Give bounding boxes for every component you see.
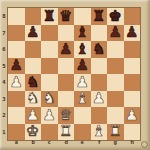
square-g6[interactable]: [107, 41, 124, 58]
white-pawn-a4[interactable]: ♟: [10, 74, 23, 89]
square-g3[interactable]: [107, 91, 124, 108]
white-bishop-f1[interactable]: ♝: [92, 124, 105, 139]
rank-labels: 87654321: [0, 8, 8, 140]
rank-label-1: 1: [2, 127, 7, 137]
square-d6[interactable]: ♟: [58, 41, 75, 58]
black-pawn-a5[interactable]: ♟: [10, 58, 23, 73]
square-f6[interactable]: ♞: [91, 41, 108, 58]
square-c2[interactable]: ♟: [41, 107, 58, 124]
square-d8[interactable]: ♛: [58, 8, 75, 25]
square-d4[interactable]: [58, 74, 75, 91]
black-knight-f6[interactable]: ♞: [92, 41, 105, 56]
black-rook-c8[interactable]: ♜: [43, 8, 56, 23]
square-h5[interactable]: [124, 58, 141, 75]
black-bishop-e7[interactable]: ♝: [76, 25, 89, 40]
maker-mark-icon: [141, 141, 148, 148]
file-label-d: d: [61, 140, 71, 145]
white-king-b1[interactable]: ♚: [26, 124, 39, 139]
square-g5[interactable]: [107, 58, 124, 75]
white-queen-d2[interactable]: ♛: [59, 107, 72, 122]
square-f3[interactable]: ♟: [91, 91, 108, 108]
black-queen-d8[interactable]: ♛: [59, 8, 72, 23]
square-f5[interactable]: [91, 58, 108, 75]
file-label-h: h: [127, 140, 137, 145]
square-h6[interactable]: [124, 41, 141, 58]
rank-label-4: 4: [2, 77, 7, 87]
square-a2[interactable]: [8, 107, 25, 124]
file-label-a: a: [11, 140, 21, 145]
file-label-b: b: [28, 140, 38, 145]
square-c5[interactable]: [41, 58, 58, 75]
white-rook-g1[interactable]: ♜: [109, 124, 122, 139]
square-b1[interactable]: ♚: [25, 124, 42, 141]
square-e2[interactable]: [74, 107, 91, 124]
black-pawn-e5[interactable]: ♟: [76, 58, 89, 73]
white-pawn-h2[interactable]: ♟: [125, 107, 138, 122]
file-label-f: f: [94, 140, 104, 145]
file-labels: abcdefgh: [8, 140, 140, 149]
square-a4[interactable]: ♟: [8, 74, 25, 91]
square-f8[interactable]: ♜: [91, 8, 108, 25]
square-e1[interactable]: [74, 124, 91, 141]
white-pawn-c2[interactable]: ♟: [43, 107, 56, 122]
square-c8[interactable]: ♜: [41, 8, 58, 25]
white-pawn-e4[interactable]: ♟: [76, 74, 89, 89]
black-pawn-h7[interactable]: ♟: [125, 25, 138, 40]
black-bishop-e6[interactable]: ♝: [76, 41, 89, 56]
chess-board: ♜♛♜♚♟♝♟♟♟♝♞♟♟♟♞♟♞♞♝♟♟♟♛♟♚♜♝♜: [8, 8, 140, 140]
white-pawn-b2[interactable]: ♟: [26, 107, 39, 122]
square-g4[interactable]: [107, 74, 124, 91]
rank-label-3: 3: [2, 94, 7, 104]
square-c1[interactable]: [41, 124, 58, 141]
square-f1[interactable]: ♝: [91, 124, 108, 141]
square-c6[interactable]: [41, 41, 58, 58]
square-a1[interactable]: [8, 124, 25, 141]
black-knight-b4[interactable]: ♞: [26, 74, 39, 89]
square-g1[interactable]: ♜: [107, 124, 124, 141]
file-label-g: g: [110, 140, 120, 145]
square-h7[interactable]: ♟: [124, 25, 141, 42]
black-pawn-d6[interactable]: ♟: [59, 41, 72, 56]
black-pawn-g7[interactable]: ♟: [109, 25, 122, 40]
square-h4[interactable]: [124, 74, 141, 91]
black-pawn-b7[interactable]: ♟: [26, 25, 39, 40]
square-c7[interactable]: [41, 25, 58, 42]
rank-label-6: 6: [2, 44, 7, 54]
black-rook-f8[interactable]: ♜: [92, 8, 105, 23]
square-h2[interactable]: ♟: [124, 107, 141, 124]
square-g7[interactable]: ♟: [107, 25, 124, 42]
rank-label-2: 2: [2, 110, 7, 120]
white-bishop-e3[interactable]: ♝: [76, 91, 89, 106]
rank-label-5: 5: [2, 61, 7, 71]
rank-label-7: 7: [2, 28, 7, 38]
square-a7[interactable]: [8, 25, 25, 42]
square-h1[interactable]: [124, 124, 141, 141]
rank-label-8: 8: [2, 11, 7, 21]
square-d1[interactable]: ♜: [58, 124, 75, 141]
file-label-e: e: [77, 140, 87, 145]
square-e3[interactable]: ♝: [74, 91, 91, 108]
square-a3[interactable]: [8, 91, 25, 108]
white-pawn-f3[interactable]: ♟: [92, 91, 105, 106]
square-b7[interactable]: ♟: [25, 25, 42, 42]
black-king-g8[interactable]: ♚: [109, 8, 122, 23]
white-knight-b3[interactable]: ♞: [26, 91, 39, 106]
square-a8[interactable]: [8, 8, 25, 25]
white-knight-c3[interactable]: ♞: [43, 91, 56, 106]
square-d5[interactable]: [58, 58, 75, 75]
board-frame: 87654321 ♜♛♜♚♟♝♟♟♟♝♞♟♟♟♞♟♞♞♝♟♟♟♛♟♚♜♝♜ ab…: [0, 0, 150, 150]
square-b6[interactable]: [25, 41, 42, 58]
white-rook-d1[interactable]: ♜: [59, 124, 72, 139]
file-label-c: c: [44, 140, 54, 145]
